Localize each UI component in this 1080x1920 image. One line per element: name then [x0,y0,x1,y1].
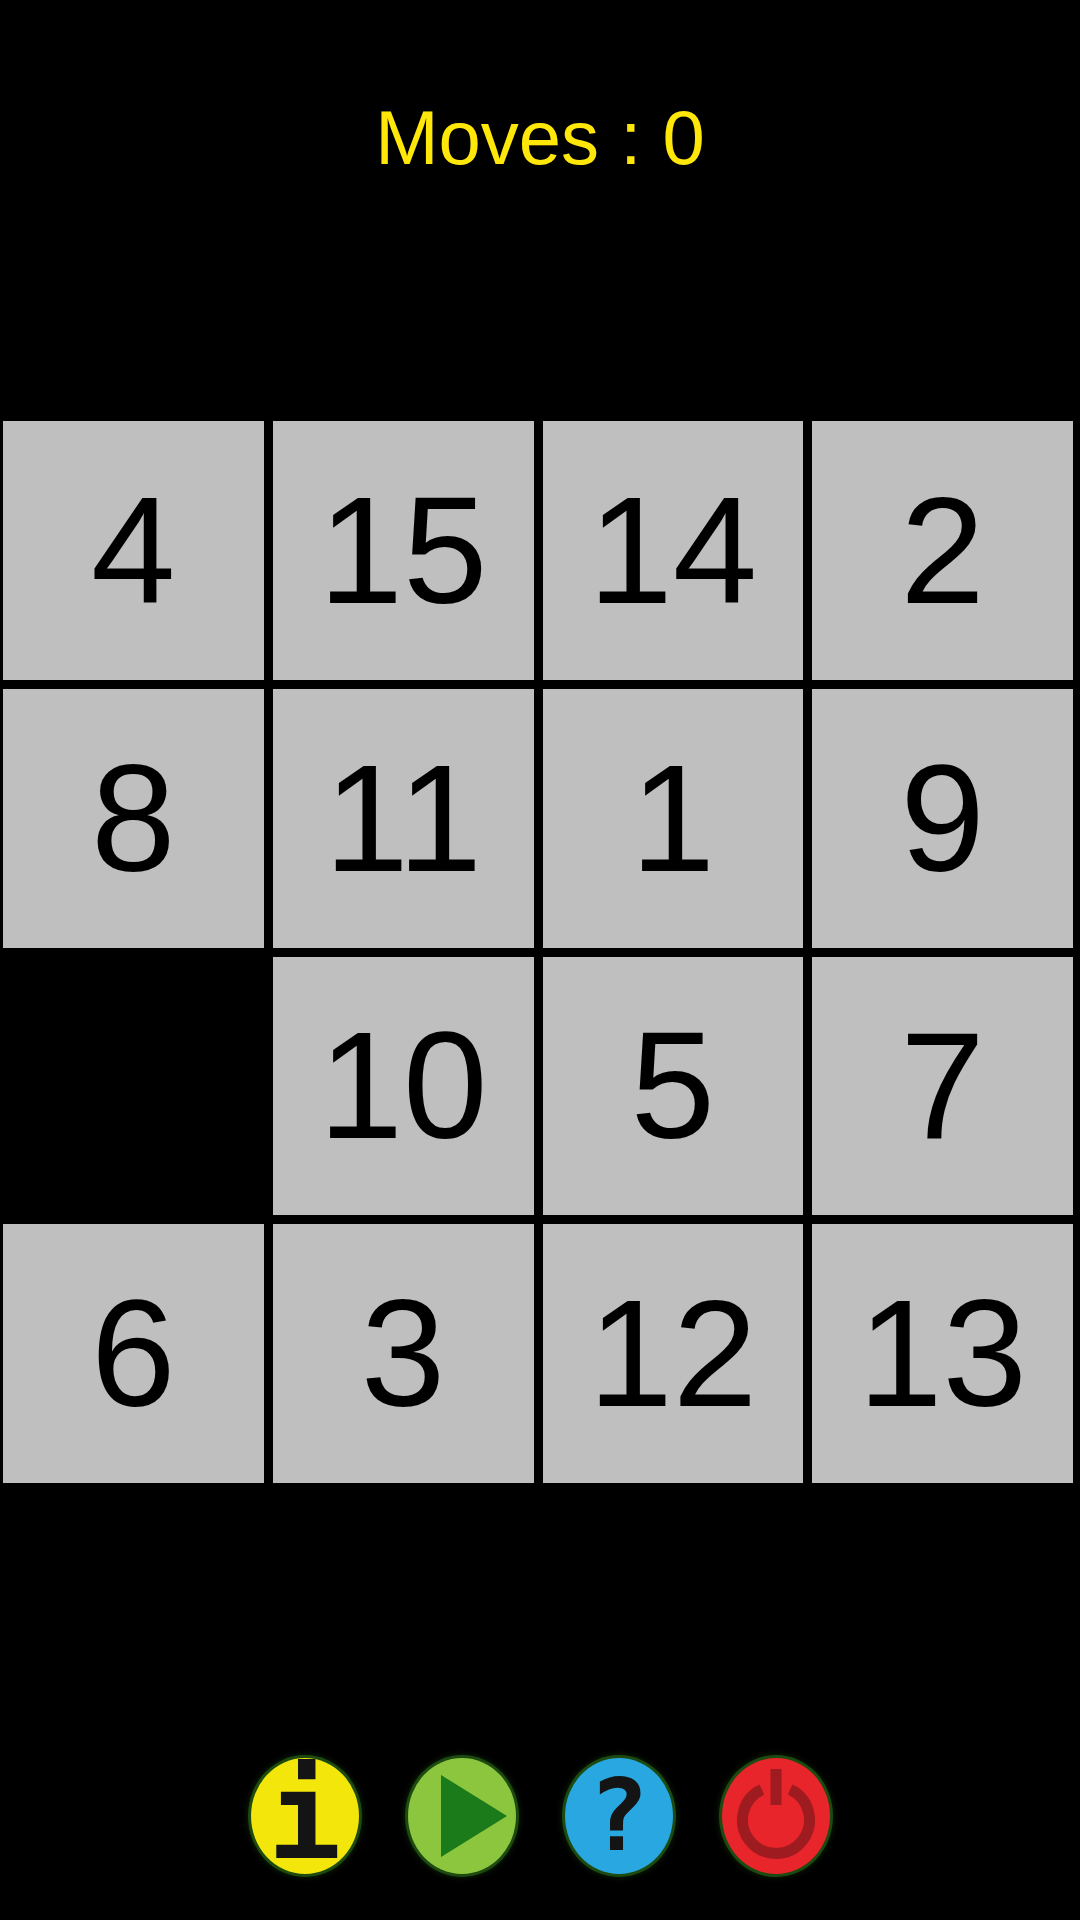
tile-10[interactable]: 10 [273,957,534,1216]
tile-5[interactable]: 5 [543,957,804,1216]
info-i-icon: i [268,1755,341,1877]
play-triangle-icon [441,1775,507,1857]
empty-cell [3,957,264,1216]
control-bar: i ? [0,1758,1080,1874]
moves-counter: Moves : 0 [0,100,1080,176]
exit-button[interactable] [722,1758,830,1874]
tile-2[interactable]: 2 [812,421,1073,680]
tile-1[interactable]: 1 [543,689,804,948]
tile-7[interactable]: 7 [812,957,1073,1216]
tile-13[interactable]: 13 [812,1224,1073,1483]
info-button[interactable]: i [251,1758,359,1874]
tile-15[interactable]: 15 [273,421,534,680]
help-button[interactable]: ? [565,1758,673,1874]
tile-14[interactable]: 14 [543,421,804,680]
play-button[interactable] [408,1758,516,1874]
tile-11[interactable]: 11 [273,689,534,948]
tile-9[interactable]: 9 [812,689,1073,948]
power-icon [726,1766,826,1866]
tile-3[interactable]: 3 [273,1224,534,1483]
tile-4[interactable]: 4 [3,421,264,680]
tile-12[interactable]: 12 [543,1224,804,1483]
tile-6[interactable]: 6 [3,1224,264,1483]
puzzle-board: 415142811191057631213 [3,421,1073,1483]
question-mark-icon: ? [588,1766,648,1866]
tile-8[interactable]: 8 [3,689,264,948]
